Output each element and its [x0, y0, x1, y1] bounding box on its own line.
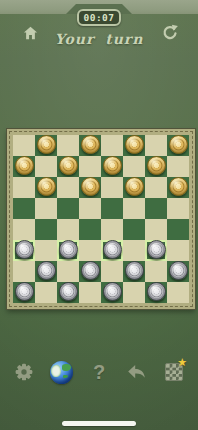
- square-d1: [79, 282, 101, 303]
- new-game-button[interactable]: ★: [161, 359, 187, 385]
- silver-piece[interactable]: [15, 240, 34, 259]
- square-e5[interactable]: [101, 198, 123, 219]
- square-b5: [35, 198, 57, 219]
- square-a2: [13, 261, 35, 282]
- square-e7[interactable]: [101, 156, 123, 177]
- square-b3: [35, 240, 57, 261]
- square-f5: [123, 198, 145, 219]
- square-f6[interactable]: [123, 177, 145, 198]
- square-a5[interactable]: [13, 198, 35, 219]
- timer-display: 00:07: [77, 9, 121, 26]
- square-b4[interactable]: [35, 219, 57, 240]
- silver-piece[interactable]: [81, 261, 100, 280]
- square-a7[interactable]: [13, 156, 35, 177]
- square-h7: [167, 156, 189, 177]
- square-d7: [79, 156, 101, 177]
- square-d6[interactable]: [79, 177, 101, 198]
- square-g2: [145, 261, 167, 282]
- square-b6[interactable]: [35, 177, 57, 198]
- silver-piece[interactable]: [59, 282, 78, 301]
- square-c1[interactable]: [57, 282, 79, 303]
- square-c2: [57, 261, 79, 282]
- square-e2: [101, 261, 123, 282]
- gold-piece[interactable]: [37, 135, 56, 154]
- square-d3: [79, 240, 101, 261]
- gold-piece[interactable]: [169, 135, 188, 154]
- silver-piece[interactable]: [125, 261, 144, 280]
- gold-piece[interactable]: [169, 177, 188, 196]
- silver-piece[interactable]: [169, 261, 188, 280]
- square-e3[interactable]: [101, 240, 123, 261]
- square-a6: [13, 177, 35, 198]
- bottom-toolbar: ? ★: [0, 359, 198, 385]
- square-f3: [123, 240, 145, 261]
- square-g4: [145, 219, 167, 240]
- silver-piece[interactable]: [37, 261, 56, 280]
- board-grid: [13, 135, 189, 303]
- square-d5: [79, 198, 101, 219]
- gold-piece[interactable]: [15, 156, 34, 175]
- gold-piece[interactable]: [37, 177, 56, 196]
- square-f4[interactable]: [123, 219, 145, 240]
- app-screen: 00:07 Your turn: [0, 0, 198, 430]
- silver-piece[interactable]: [15, 282, 34, 301]
- gold-piece[interactable]: [81, 177, 100, 196]
- square-d8[interactable]: [79, 135, 101, 156]
- square-a4: [13, 219, 35, 240]
- square-g1[interactable]: [145, 282, 167, 303]
- square-g5[interactable]: [145, 198, 167, 219]
- square-b7: [35, 156, 57, 177]
- gear-icon: [14, 362, 34, 382]
- square-b1: [35, 282, 57, 303]
- language-button[interactable]: [49, 359, 75, 385]
- square-g6: [145, 177, 167, 198]
- square-c3[interactable]: [57, 240, 79, 261]
- square-e6: [101, 177, 123, 198]
- question-mark-icon: ?: [93, 361, 105, 384]
- square-c4: [57, 219, 79, 240]
- square-h2[interactable]: [167, 261, 189, 282]
- undo-arrow-icon: [126, 363, 147, 381]
- square-b8[interactable]: [35, 135, 57, 156]
- undo-button[interactable]: [124, 359, 150, 385]
- silver-piece[interactable]: [147, 240, 166, 259]
- square-f7: [123, 156, 145, 177]
- gold-piece[interactable]: [59, 156, 78, 175]
- square-d2[interactable]: [79, 261, 101, 282]
- gold-piece[interactable]: [103, 156, 122, 175]
- square-c7[interactable]: [57, 156, 79, 177]
- square-c5[interactable]: [57, 198, 79, 219]
- silver-piece[interactable]: [59, 240, 78, 259]
- checkerboard-icon: ★: [165, 363, 183, 381]
- square-a1[interactable]: [13, 282, 35, 303]
- square-f1: [123, 282, 145, 303]
- star-icon: ★: [177, 357, 187, 368]
- timer-value: 00:07: [83, 12, 114, 23]
- turn-status-text: Your turn: [0, 31, 198, 47]
- square-f2[interactable]: [123, 261, 145, 282]
- square-g7[interactable]: [145, 156, 167, 177]
- square-e1[interactable]: [101, 282, 123, 303]
- square-c6: [57, 177, 79, 198]
- square-g3[interactable]: [145, 240, 167, 261]
- silver-piece[interactable]: [103, 282, 122, 301]
- square-d4[interactable]: [79, 219, 101, 240]
- silver-piece[interactable]: [147, 282, 166, 301]
- checkers-board: [7, 129, 195, 309]
- gold-piece[interactable]: [125, 177, 144, 196]
- settings-button[interactable]: [11, 359, 37, 385]
- square-h6[interactable]: [167, 177, 189, 198]
- home-indicator[interactable]: [62, 421, 136, 426]
- square-e4: [101, 219, 123, 240]
- square-h1: [167, 282, 189, 303]
- gold-piece[interactable]: [125, 135, 144, 154]
- square-c8: [57, 135, 79, 156]
- gold-piece[interactable]: [147, 156, 166, 175]
- square-a3[interactable]: [13, 240, 35, 261]
- silver-piece[interactable]: [103, 240, 122, 259]
- gold-piece[interactable]: [81, 135, 100, 154]
- square-g8: [145, 135, 167, 156]
- square-b2[interactable]: [35, 261, 57, 282]
- square-f8[interactable]: [123, 135, 145, 156]
- square-h4[interactable]: [167, 219, 189, 240]
- square-a8: [13, 135, 35, 156]
- square-h5: [167, 198, 189, 219]
- square-h3: [167, 240, 189, 261]
- square-e8: [101, 135, 123, 156]
- help-button[interactable]: ?: [86, 359, 112, 385]
- square-h8[interactable]: [167, 135, 189, 156]
- globe-icon: [50, 361, 73, 384]
